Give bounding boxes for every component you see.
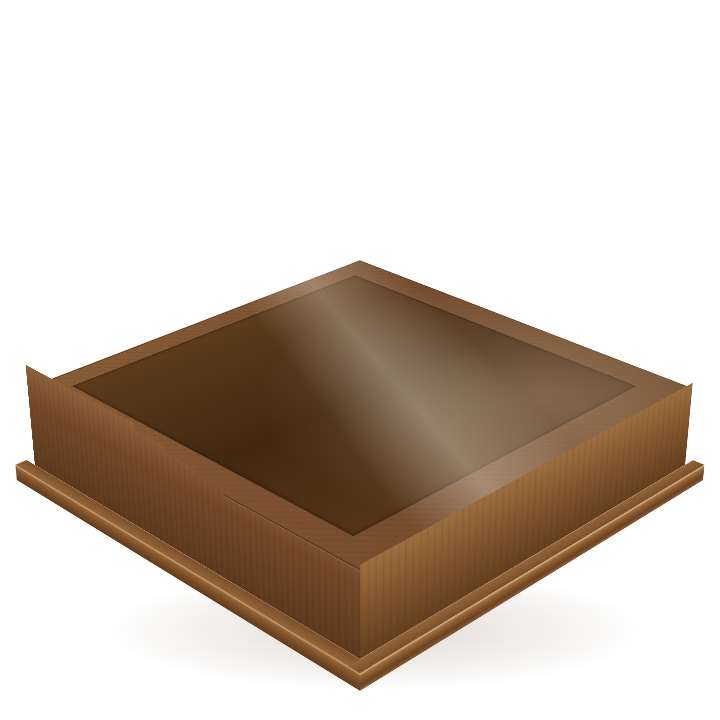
chess-box xyxy=(28,260,693,571)
product-photo-scene xyxy=(0,0,720,720)
